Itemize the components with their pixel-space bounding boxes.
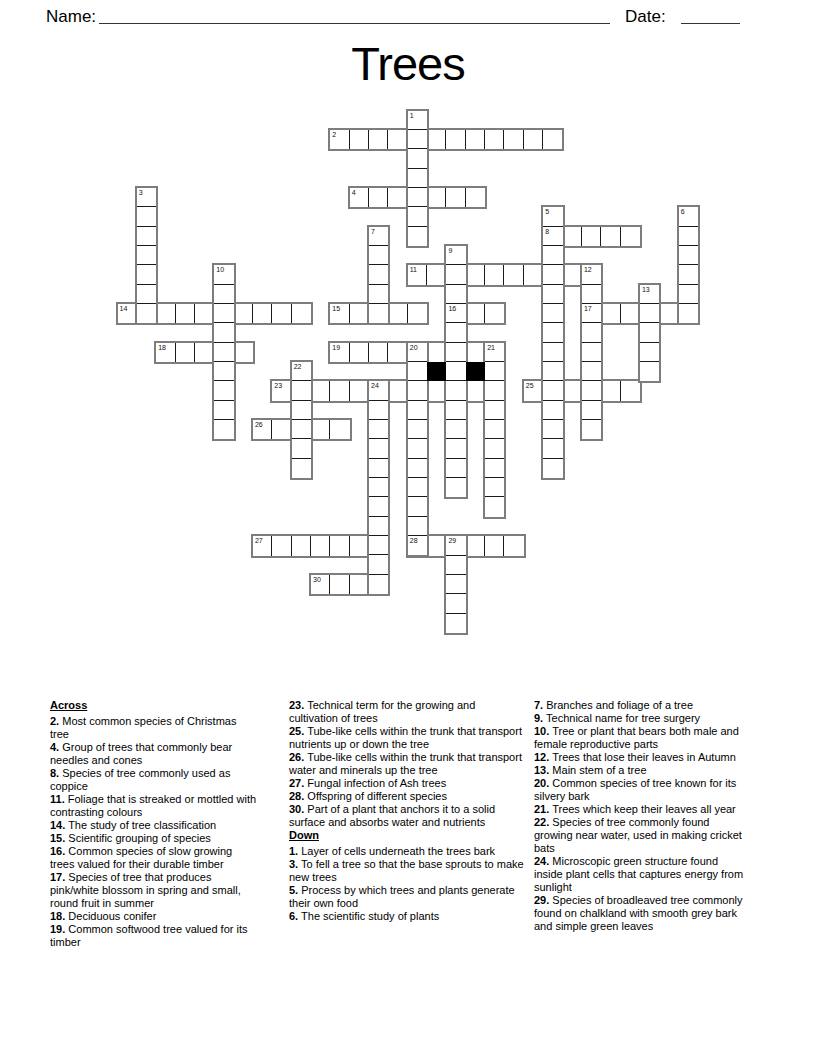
cell-r6-c23[interactable]	[563, 227, 582, 246]
cell-r8-c19[interactable]	[485, 265, 504, 284]
cell-r16-c17[interactable]	[446, 420, 465, 439]
clue-number-27: 27	[253, 536, 263, 545]
clue-down-3: 3. To fell a tree so that the base sprou…	[289, 858, 525, 884]
cell-r22-c8[interactable]	[272, 536, 291, 555]
clue-down-24: 24. Microscopic green structure found in…	[534, 855, 747, 894]
cell-r1-c19[interactable]	[485, 130, 504, 149]
clue-down-5: 5. Process by which trees and plants gen…	[289, 884, 525, 910]
clue-number-12: 12	[582, 265, 592, 274]
cell-r16-c15[interactable]	[408, 420, 427, 439]
cell-r22-c9[interactable]	[292, 536, 311, 555]
cell-r14-c24[interactable]	[582, 381, 601, 400]
clue-number-2: 2	[330, 130, 336, 139]
clue-across-18: 18. Deciduous conifer	[50, 910, 258, 923]
cell-r15-c17[interactable]	[446, 401, 465, 420]
cell-r14-c5[interactable]	[214, 381, 233, 400]
cell-r11-c17[interactable]	[446, 323, 465, 342]
clue-number-19: 19	[330, 343, 340, 352]
cell-r9-c5[interactable]	[214, 285, 233, 304]
clue-down-9: 9. Technical name for tree surgery	[534, 712, 747, 725]
clue-column-2: 23. Technical term for the growing and c…	[289, 699, 525, 923]
word-24-down	[367, 379, 390, 596]
word-7-down	[367, 225, 390, 326]
clue-across-27: 27. Fungal infection of Ash trees	[289, 777, 525, 790]
cell-r12-c17[interactable]	[446, 343, 465, 362]
clue-across-16: 16. Common species of slow growing trees…	[50, 845, 258, 871]
cell-r8-c13[interactable]	[369, 265, 388, 284]
clue-down-10: 10. Tree or plant that bears both male a…	[534, 725, 747, 751]
cell-r17-c15[interactable]	[408, 439, 427, 458]
cell-r24-c13[interactable]	[369, 575, 388, 594]
cell-r10-c1[interactable]	[137, 304, 156, 323]
clue-number-25: 25	[524, 381, 534, 390]
clue-down-1: 1. Layer of cells underneath the trees b…	[289, 845, 525, 858]
cell-r9-c24[interactable]	[582, 285, 601, 304]
cell-r11-c27[interactable]	[640, 323, 659, 342]
cell-r17-c9[interactable]	[292, 439, 311, 458]
cell-r12-c3[interactable]	[176, 343, 195, 362]
cell-r1-c15[interactable]	[408, 130, 427, 149]
clue-number-1: 1	[408, 111, 414, 120]
cell-r16-c19[interactable]	[485, 420, 504, 439]
word-9-down	[444, 244, 467, 499]
cell-r5-c15[interactable]	[408, 207, 427, 226]
cell-r1-c17[interactable]	[446, 130, 465, 149]
black-cell-r13-c18	[466, 362, 485, 381]
clue-number-3: 3	[137, 188, 143, 197]
cell-r8-c18[interactable]	[466, 265, 485, 284]
cell-r8-c17[interactable]	[446, 265, 465, 284]
cell-r10-c18[interactable]	[466, 304, 485, 323]
cell-r18-c22[interactable]	[543, 459, 562, 478]
word-2-across	[328, 128, 564, 151]
cell-r16-c10[interactable]	[311, 420, 330, 439]
cell-r14-c9[interactable]	[292, 381, 311, 400]
clue-number-24: 24	[369, 381, 379, 390]
cell-r14-c10[interactable]	[311, 381, 330, 400]
cell-r11-c24[interactable]	[582, 323, 601, 342]
clue-number-15: 15	[330, 304, 340, 313]
clue-number-16: 16	[446, 304, 456, 313]
cell-r11-c22[interactable]	[543, 323, 562, 342]
clue-number-14: 14	[118, 304, 128, 313]
cell-r10-c3[interactable]	[176, 304, 195, 323]
cell-r7-c29[interactable]	[679, 246, 698, 265]
cell-r3-c15[interactable]	[408, 169, 427, 188]
cell-r1-c22[interactable]	[543, 130, 562, 149]
clue-down-12: 12. Trees that lose their leaves in Autu…	[534, 751, 747, 764]
cell-r18-c19[interactable]	[485, 459, 504, 478]
cell-r17-c13[interactable]	[369, 439, 388, 458]
clue-across-19: 19. Common softwood tree valued for its …	[50, 923, 258, 949]
cell-r7-c1[interactable]	[137, 246, 156, 265]
cell-r10-c7[interactable]	[253, 304, 272, 323]
cell-r18-c13[interactable]	[369, 459, 388, 478]
cell-r10-c14[interactable]	[388, 304, 407, 323]
cell-r15-c22[interactable]	[543, 401, 562, 420]
clue-down-21: 21. Trees which keep their leaves all ye…	[534, 803, 747, 816]
cell-r12-c27[interactable]	[640, 343, 659, 362]
cell-r12-c22[interactable]	[543, 343, 562, 362]
cell-r14-c15[interactable]	[408, 381, 427, 400]
cell-r22-c10[interactable]	[311, 536, 330, 555]
clue-across-26: 26. Tube-like cells within the trunk tha…	[289, 751, 525, 777]
cell-r1-c16[interactable]	[427, 130, 446, 149]
clue-number-10: 10	[214, 265, 224, 274]
cell-r6-c26[interactable]	[621, 227, 640, 246]
across-heading: Across	[50, 699, 258, 712]
cell-r16-c11[interactable]	[330, 420, 349, 439]
cell-r8-c20[interactable]	[504, 265, 523, 284]
clue-across-2: 2. Most common species of Christmas tree	[50, 715, 258, 741]
cell-r24-c17[interactable]	[446, 575, 465, 594]
cell-r9-c29[interactable]	[679, 285, 698, 304]
clue-number-28: 28	[408, 536, 418, 545]
cell-r14-c22[interactable]	[543, 381, 562, 400]
cell-r13-c27[interactable]	[640, 362, 659, 381]
cell-r17-c17[interactable]	[446, 439, 465, 458]
clue-across-8: 8. Species of tree commonly used as copp…	[50, 767, 258, 793]
word-18-across	[154, 341, 255, 364]
clue-down-13: 13. Main stem of a tree	[534, 764, 747, 777]
cell-r5-c1[interactable]	[137, 207, 156, 226]
cell-r1-c13[interactable]	[369, 130, 388, 149]
cell-r6-c24[interactable]	[582, 227, 601, 246]
cell-r1-c18[interactable]	[466, 130, 485, 149]
cell-r6-c29[interactable]	[679, 227, 698, 246]
clue-column-1: Across2. Most common species of Christma…	[50, 699, 258, 949]
word-6-down	[677, 205, 700, 325]
clue-number-22: 22	[292, 362, 302, 371]
cell-r6-c1[interactable]	[137, 227, 156, 246]
cell-r12-c24[interactable]	[582, 343, 601, 362]
cell-r10-c29[interactable]	[679, 304, 698, 323]
clue-number-11: 11	[408, 265, 417, 274]
word-5-down	[541, 205, 564, 480]
cell-r10-c19[interactable]	[485, 304, 504, 323]
cell-r15-c13[interactable]	[369, 401, 388, 420]
word-11-across	[406, 263, 603, 286]
cell-r19-c13[interactable]	[369, 478, 388, 497]
cell-r20-c13[interactable]	[369, 497, 388, 516]
cell-r23-c17[interactable]	[446, 556, 465, 575]
cell-r9-c13[interactable]	[369, 285, 388, 304]
cell-r7-c13[interactable]	[369, 246, 388, 265]
cell-r10-c27[interactable]	[640, 304, 659, 323]
word-22-down	[290, 360, 313, 480]
cell-r10-c2[interactable]	[156, 304, 175, 323]
clue-number-18: 18	[156, 343, 166, 352]
cell-r26-c17[interactable]	[446, 614, 465, 633]
clue-across-28: 28. Offspring of different species	[289, 790, 525, 803]
cell-r16-c5[interactable]	[214, 420, 233, 439]
cell-r1-c21[interactable]	[524, 130, 543, 149]
clue-across-15: 15. Scientific grouping of species	[50, 832, 258, 845]
cell-r2-c15[interactable]	[408, 149, 427, 168]
clue-number-23: 23	[272, 381, 282, 390]
cell-r6-c15[interactable]	[408, 227, 427, 246]
cell-r13-c19[interactable]	[485, 362, 504, 381]
cell-r15-c19[interactable]	[485, 401, 504, 420]
cell-r4-c17[interactable]	[446, 188, 465, 207]
clue-across-30: 30. Part of a plant that anchors it to a…	[289, 803, 525, 829]
cell-r13-c22[interactable]	[543, 362, 562, 381]
cell-r10-c22[interactable]	[543, 304, 562, 323]
clue-number-6: 6	[679, 207, 685, 216]
word-1-down	[406, 109, 429, 248]
crossword-grid: 1234567891011121314151617181920212223242…	[0, 0, 816, 700]
clue-number-13: 13	[640, 285, 650, 294]
cell-r10-c9[interactable]	[292, 304, 311, 323]
word-21-down	[483, 341, 506, 519]
cell-r9-c1[interactable]	[137, 285, 156, 304]
clue-down-20: 20. Common species of tree known for its…	[534, 777, 747, 803]
cell-r14-c11[interactable]	[330, 381, 349, 400]
cell-r4-c18[interactable]	[466, 188, 485, 207]
cell-r21-c15[interactable]	[408, 517, 427, 536]
cell-r10-c5[interactable]	[214, 304, 233, 323]
clue-number-17: 17	[582, 304, 592, 313]
word-20-down	[406, 341, 429, 558]
cell-r12-c5[interactable]	[214, 343, 233, 362]
cell-r18-c9[interactable]	[292, 459, 311, 478]
cell-r20-c15[interactable]	[408, 497, 427, 516]
word-10-down	[212, 263, 235, 441]
clue-down-29: 29. Species of broadleaved tree commonly…	[534, 894, 747, 933]
cell-r10-c25[interactable]	[601, 304, 620, 323]
cell-r22-c13[interactable]	[369, 536, 388, 555]
cell-r1-c20[interactable]	[504, 130, 523, 149]
down-heading: Down	[289, 829, 525, 842]
cell-r13-c15[interactable]	[408, 362, 427, 381]
cell-r17-c22[interactable]	[543, 439, 562, 458]
clue-number-21: 21	[485, 343, 495, 352]
word-12-down	[580, 263, 603, 441]
cell-r18-c15[interactable]	[408, 459, 427, 478]
clue-down-6: 6. The scientific study of plants	[289, 910, 525, 923]
clue-number-4: 4	[350, 188, 356, 197]
cell-r12-c12[interactable]	[350, 343, 369, 362]
cell-r8-c22[interactable]	[543, 265, 562, 284]
cell-r6-c25[interactable]	[601, 227, 620, 246]
cell-r12-c6[interactable]	[234, 343, 253, 362]
clue-number-26: 26	[253, 420, 263, 429]
cell-r16-c9[interactable]	[292, 420, 311, 439]
cell-r22-c11[interactable]	[330, 536, 349, 555]
clue-across-14: 14. The study of tree classification	[50, 819, 258, 832]
cell-r10-c15[interactable]	[408, 304, 427, 323]
clue-across-11: 11. Foliage that is streaked or mottled …	[50, 793, 258, 819]
cell-r8-c1[interactable]	[137, 265, 156, 284]
cell-r9-c17[interactable]	[446, 285, 465, 304]
clue-number-20: 20	[408, 343, 418, 352]
cell-r14-c26[interactable]	[621, 381, 640, 400]
cell-r16-c24[interactable]	[582, 420, 601, 439]
cell-r14-c17[interactable]	[446, 381, 465, 400]
cell-r22-c18[interactable]	[466, 536, 485, 555]
cell-r15-c15[interactable]	[408, 401, 427, 420]
cell-r22-c19[interactable]	[485, 536, 504, 555]
cell-r1-c12[interactable]	[350, 130, 369, 149]
cell-r13-c5[interactable]	[214, 362, 233, 381]
cell-r19-c15[interactable]	[408, 478, 427, 497]
clue-number-30: 30	[311, 575, 321, 584]
cell-r8-c29[interactable]	[679, 265, 698, 284]
word-29-down	[444, 534, 467, 635]
cell-r13-c17[interactable]	[446, 362, 465, 381]
clue-number-7: 7	[369, 227, 375, 236]
clue-number-29: 29	[446, 536, 456, 545]
cell-r9-c22[interactable]	[543, 285, 562, 304]
clue-number-8: 8	[543, 227, 549, 236]
cell-r16-c13[interactable]	[369, 420, 388, 439]
cell-r19-c19[interactable]	[485, 478, 504, 497]
cell-r23-c13[interactable]	[369, 555, 388, 574]
clue-across-25: 25. Tube-like cells within the trunk tha…	[289, 725, 525, 751]
word-13-down	[638, 283, 661, 384]
cell-r4-c15[interactable]	[408, 188, 427, 207]
cell-r20-c19[interactable]	[485, 497, 504, 516]
cell-r14-c19[interactable]	[485, 381, 504, 400]
cell-r25-c17[interactable]	[446, 594, 465, 613]
cell-r14-c25[interactable]	[601, 381, 620, 400]
cell-r10-c13[interactable]	[369, 304, 388, 323]
cell-r4-c16[interactable]	[427, 188, 446, 207]
cell-r15-c9[interactable]	[292, 401, 311, 420]
cell-r10-c8[interactable]	[272, 304, 291, 323]
cell-r18-c17[interactable]	[446, 459, 465, 478]
black-cell-r13-c16	[427, 362, 446, 381]
cell-r12-c13[interactable]	[369, 343, 388, 362]
cell-r24-c11[interactable]	[330, 575, 349, 594]
clue-across-17: 17. Species of tree that produces pink/w…	[50, 871, 258, 910]
cell-r21-c13[interactable]	[369, 517, 388, 536]
cell-r10-c6[interactable]	[234, 304, 253, 323]
clue-across-23: 23. Technical term for the growing and c…	[289, 699, 525, 725]
cell-r15-c24[interactable]	[582, 401, 601, 420]
clue-down-22: 22. Species of tree commonly found growi…	[534, 816, 747, 855]
cell-r19-c17[interactable]	[446, 478, 465, 497]
cell-r7-c22[interactable]	[543, 246, 562, 265]
cell-r13-c24[interactable]	[582, 362, 601, 381]
cell-r11-c5[interactable]	[214, 323, 233, 342]
cell-r4-c13[interactable]	[369, 188, 388, 207]
clue-number-5: 5	[543, 207, 549, 216]
cell-r15-c5[interactable]	[214, 401, 233, 420]
clue-down-7: 7. Branches and foliage of a tree	[534, 699, 747, 712]
cell-r16-c22[interactable]	[543, 420, 562, 439]
cell-r17-c19[interactable]	[485, 439, 504, 458]
clue-number-9: 9	[446, 246, 452, 255]
cell-r22-c20[interactable]	[504, 536, 523, 555]
clue-across-4: 4. Group of trees that commonly bear nee…	[50, 741, 258, 767]
clue-column-3: 7. Branches and foliage of a tree9. Tech…	[534, 699, 747, 933]
word-3-down	[135, 186, 158, 325]
